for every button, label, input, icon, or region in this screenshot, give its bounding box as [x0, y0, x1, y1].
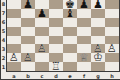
square-b7[interactable]: [21, 9, 35, 18]
file-label-b: b: [21, 72, 35, 79]
square-d8[interactable]: [49, 0, 63, 9]
piece-R: ♖: [49, 62, 63, 71]
square-a8[interactable]: [7, 0, 21, 9]
square-a5[interactable]: [7, 27, 21, 36]
square-h6[interactable]: [105, 18, 119, 27]
file-label-e: e: [63, 72, 77, 79]
file-label-c: c: [35, 72, 49, 79]
square-h1[interactable]: [105, 62, 119, 71]
file-label-a: a: [7, 72, 21, 79]
square-d3[interactable]: [49, 44, 63, 53]
square-f3[interactable]: [77, 44, 91, 53]
square-c3[interactable]: ♙: [35, 44, 49, 53]
square-c2[interactable]: [35, 53, 49, 62]
square-c8[interactable]: [35, 0, 49, 9]
square-a2[interactable]: ♙: [7, 53, 21, 62]
file-label-g: g: [91, 72, 105, 79]
square-e6[interactable]: [63, 18, 77, 27]
square-g6[interactable]: [91, 18, 105, 27]
piece-P: ♙: [7, 53, 21, 62]
square-f8[interactable]: ♟: [77, 0, 91, 9]
square-b8[interactable]: ♟: [21, 0, 35, 9]
square-h4[interactable]: [105, 36, 119, 45]
square-b3[interactable]: [21, 44, 35, 53]
square-g1[interactable]: [91, 62, 105, 71]
square-e4[interactable]: [63, 36, 77, 45]
square-f2[interactable]: ♕: [77, 53, 91, 62]
square-g7[interactable]: [91, 9, 105, 18]
piece-b: ♝: [63, 9, 77, 18]
square-e1[interactable]: [63, 62, 77, 71]
square-g4[interactable]: [91, 36, 105, 45]
square-d2[interactable]: [49, 53, 63, 62]
file-label-f: f: [77, 72, 91, 79]
square-e8[interactable]: ♚: [63, 0, 77, 9]
square-f6[interactable]: [77, 18, 91, 27]
piece-p: ♟: [35, 9, 49, 18]
file-label-d: d: [49, 72, 63, 79]
square-a6[interactable]: [7, 18, 21, 27]
piece-Q: ♕: [77, 53, 91, 62]
file-labels: abcdefgh: [7, 72, 119, 79]
square-a7[interactable]: [7, 9, 21, 18]
chess-board: ♟♚♟♟♟♝♙♙♙♙♙♕♔♖: [6, 0, 120, 72]
square-a4[interactable]: [7, 36, 21, 45]
square-b5[interactable]: [21, 27, 35, 36]
square-b1[interactable]: [21, 62, 35, 71]
square-f7[interactable]: [77, 9, 91, 18]
square-c1[interactable]: [35, 62, 49, 71]
square-d5[interactable]: [49, 27, 63, 36]
square-b4[interactable]: [21, 36, 35, 45]
square-g5[interactable]: [91, 27, 105, 36]
square-d4[interactable]: [49, 36, 63, 45]
square-g2[interactable]: ♔: [91, 53, 105, 62]
square-b6[interactable]: [21, 18, 35, 27]
piece-P: ♙: [105, 44, 119, 53]
square-c5[interactable]: [35, 27, 49, 36]
square-h8[interactable]: [105, 0, 119, 9]
square-d1[interactable]: ♖: [49, 62, 63, 71]
square-d6[interactable]: [49, 18, 63, 27]
square-h5[interactable]: [105, 27, 119, 36]
piece-k: ♚: [63, 0, 77, 9]
square-c7[interactable]: ♟: [35, 9, 49, 18]
square-f1[interactable]: [77, 62, 91, 71]
piece-p: ♟: [21, 0, 35, 9]
square-c4[interactable]: [35, 36, 49, 45]
square-e3[interactable]: [63, 44, 77, 53]
square-b2[interactable]: ♙: [21, 53, 35, 62]
square-h3[interactable]: ♙: [105, 44, 119, 53]
square-e2[interactable]: [63, 53, 77, 62]
square-g3[interactable]: ♙: [91, 44, 105, 53]
square-g8[interactable]: ♟: [91, 0, 105, 9]
chess-diagram: 87654321 ♟♚♟♟♟♝♙♙♙♙♙♕♔♖ abcdefgh: [0, 0, 120, 80]
piece-p: ♟: [91, 0, 105, 9]
square-h7[interactable]: [105, 9, 119, 18]
square-a1[interactable]: [7, 62, 21, 71]
piece-P: ♙: [91, 44, 105, 53]
square-e7[interactable]: ♝: [63, 9, 77, 18]
file-label-h: h: [105, 72, 119, 79]
piece-P: ♙: [35, 44, 49, 53]
piece-K: ♔: [91, 53, 105, 62]
square-e5[interactable]: [63, 27, 77, 36]
square-c6[interactable]: [35, 18, 49, 27]
square-f4[interactable]: [77, 36, 91, 45]
square-d7[interactable]: [49, 9, 63, 18]
square-a3[interactable]: [7, 44, 21, 53]
piece-p: ♟: [77, 0, 91, 9]
square-f5[interactable]: [77, 27, 91, 36]
piece-P: ♙: [21, 53, 35, 62]
square-h2[interactable]: [105, 53, 119, 62]
